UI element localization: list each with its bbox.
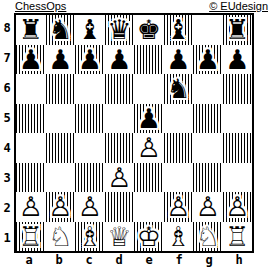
square-e4[interactable]: ♟♙ (134, 133, 164, 163)
square-g1[interactable]: ♞♘ (193, 222, 223, 252)
rank-label-3: 3 (0, 163, 14, 193)
piece-glyph: ♗ (166, 222, 190, 251)
square-c4[interactable] (75, 133, 105, 163)
square-d7[interactable]: ♟♟ (105, 45, 135, 75)
square-d3[interactable]: ♟♙ (105, 163, 135, 193)
square-b3[interactable] (46, 163, 76, 193)
piece-glyph: ♛ (107, 15, 131, 44)
piece-glyph: ♙ (196, 192, 220, 221)
piece-white-rook[interactable]: ♜♖ (16, 222, 46, 252)
square-d5[interactable] (105, 104, 135, 134)
piece-white-king[interactable]: ♚♔ (134, 222, 164, 252)
square-c2[interactable]: ♟♙ (75, 192, 105, 222)
piece-black-pawn[interactable]: ♟♟ (193, 45, 223, 75)
piece-glyph: ♙ (107, 163, 131, 192)
piece-glyph: ♖ (19, 222, 43, 251)
piece-glyph: ♙ (19, 192, 43, 221)
piece-white-pawn[interactable]: ♟♙ (105, 163, 135, 193)
rank-label-2: 2 (0, 193, 14, 223)
square-b1[interactable]: ♞♘ (46, 222, 76, 252)
piece-glyph: ♙ (225, 192, 249, 221)
piece-glyph: ♘ (196, 222, 220, 251)
piece-black-pawn[interactable]: ♟♟ (223, 45, 253, 75)
square-e7[interactable] (134, 45, 164, 75)
square-f4[interactable] (164, 133, 194, 163)
square-c5[interactable] (75, 104, 105, 134)
piece-white-bishop[interactable]: ♝♗ (75, 222, 105, 252)
piece-black-bishop[interactable]: ♝♝ (164, 15, 194, 45)
rank-label-5: 5 (0, 103, 14, 133)
file-label-g: g (194, 253, 224, 268)
piece-white-pawn[interactable]: ♟♙ (16, 192, 46, 222)
piece-glyph: ♙ (166, 192, 190, 221)
file-label-f: f (164, 253, 194, 268)
piece-white-knight[interactable]: ♞♘ (46, 222, 76, 252)
square-b4[interactable] (46, 133, 76, 163)
piece-black-pawn[interactable]: ♟♟ (16, 45, 46, 75)
square-c3[interactable] (75, 163, 105, 193)
rank-labels: 87654321 (0, 13, 14, 253)
piece-glyph: ♜ (19, 15, 43, 44)
piece-glyph: ♝ (78, 15, 102, 44)
square-a6[interactable] (16, 74, 46, 104)
piece-black-pawn[interactable]: ♟♟ (134, 104, 164, 134)
square-d6[interactable] (105, 74, 135, 104)
square-h1[interactable]: ♜♖ (223, 222, 253, 252)
square-f2[interactable]: ♟♙ (164, 192, 194, 222)
copyright-credit: © EUdesign (209, 0, 268, 13)
piece-white-pawn[interactable]: ♟♙ (46, 192, 76, 222)
file-label-d: d (104, 253, 134, 268)
square-a2[interactable]: ♟♙ (16, 192, 46, 222)
piece-white-knight[interactable]: ♞♘ (193, 222, 223, 252)
square-a1[interactable]: ♜♖ (16, 222, 46, 252)
piece-glyph: ♟ (19, 45, 43, 74)
square-d2[interactable] (105, 192, 135, 222)
square-g3[interactable] (193, 163, 223, 193)
square-f8[interactable]: ♝♝ (164, 15, 194, 45)
square-e6[interactable] (134, 74, 164, 104)
square-b5[interactable] (46, 104, 76, 134)
piece-white-pawn[interactable]: ♟♙ (193, 192, 223, 222)
square-a4[interactable] (16, 133, 46, 163)
square-c6[interactable] (75, 74, 105, 104)
square-h5[interactable] (223, 104, 253, 134)
piece-white-pawn[interactable]: ♟♙ (75, 192, 105, 222)
piece-white-queen[interactable]: ♛♕ (105, 222, 135, 252)
square-e1[interactable]: ♚♔ (134, 222, 164, 252)
piece-black-bishop[interactable]: ♝♝ (75, 15, 105, 45)
square-f3[interactable] (164, 163, 194, 193)
piece-glyph: ♟ (196, 45, 220, 74)
square-h7[interactable]: ♟♟ (223, 45, 253, 75)
square-e8[interactable]: ♚♚ (134, 15, 164, 45)
app-title: ChessOps (15, 0, 66, 13)
piece-black-pawn[interactable]: ♟♟ (164, 45, 194, 75)
piece-glyph: ♖ (225, 222, 249, 251)
rank-label-4: 4 (0, 133, 14, 163)
piece-glyph: ♚ (137, 15, 161, 44)
square-c1[interactable]: ♝♗ (75, 222, 105, 252)
piece-black-queen[interactable]: ♛♛ (105, 15, 135, 45)
piece-black-knight[interactable]: ♞♞ (46, 15, 76, 45)
rank-label-8: 8 (0, 13, 14, 43)
square-b6[interactable] (46, 74, 76, 104)
square-c8[interactable]: ♝♝ (75, 15, 105, 45)
piece-glyph: ♙ (78, 192, 102, 221)
piece-glyph: ♟ (48, 45, 72, 74)
file-label-a: a (14, 253, 44, 268)
piece-glyph: ♝ (166, 15, 190, 44)
piece-white-pawn[interactable]: ♟♙ (223, 192, 253, 222)
rank-label-1: 1 (0, 223, 14, 253)
rank-label-6: 6 (0, 73, 14, 103)
piece-glyph: ♘ (48, 222, 72, 251)
piece-white-pawn[interactable]: ♟♙ (164, 192, 194, 222)
piece-white-rook[interactable]: ♜♖ (223, 222, 253, 252)
square-h2[interactable]: ♟♙ (223, 192, 253, 222)
square-g4[interactable] (193, 133, 223, 163)
square-d8[interactable]: ♛♛ (105, 15, 135, 45)
file-label-b: b (44, 253, 74, 268)
file-label-c: c (74, 253, 104, 268)
piece-black-rook[interactable]: ♜♜ (16, 15, 46, 45)
square-b8[interactable]: ♞♞ (46, 15, 76, 45)
square-g8[interactable] (193, 15, 223, 45)
piece-white-bishop[interactable]: ♝♗ (164, 222, 194, 252)
square-f6[interactable]: ♞♞ (164, 74, 194, 104)
piece-black-king[interactable]: ♚♚ (134, 15, 164, 45)
square-e2[interactable] (134, 192, 164, 222)
square-d4[interactable] (105, 133, 135, 163)
square-d1[interactable]: ♛♕ (105, 222, 135, 252)
piece-glyph: ♞ (48, 15, 72, 44)
piece-black-pawn[interactable]: ♟♟ (75, 45, 105, 75)
piece-glyph: ♟ (107, 45, 131, 74)
piece-glyph: ♔ (137, 222, 161, 251)
square-f5[interactable] (164, 104, 194, 134)
square-h4[interactable] (223, 133, 253, 163)
piece-black-pawn[interactable]: ♟♟ (105, 45, 135, 75)
square-h3[interactable] (223, 163, 253, 193)
square-c7[interactable]: ♟♟ (75, 45, 105, 75)
square-g2[interactable]: ♟♙ (193, 192, 223, 222)
piece-black-knight[interactable]: ♞♞ (164, 74, 194, 104)
square-e3[interactable] (134, 163, 164, 193)
piece-black-rook[interactable]: ♜♜ (223, 15, 253, 45)
piece-glyph: ♕ (107, 222, 131, 251)
chess-board: ♜♜♞♞♝♝♛♛♚♚♝♝♜♜♟♟♟♟♟♟♟♟♟♟♟♟♟♟♞♞♟♟♟♙♟♙♟♙♟♙… (14, 13, 254, 253)
square-e5[interactable]: ♟♟ (134, 104, 164, 134)
square-g7[interactable]: ♟♟ (193, 45, 223, 75)
piece-glyph: ♟ (137, 104, 161, 133)
square-b7[interactable]: ♟♟ (46, 45, 76, 75)
square-a3[interactable] (16, 163, 46, 193)
piece-white-pawn[interactable]: ♟♙ (134, 133, 164, 163)
page: { "game": "chess", "position": "rnbqkb1r… (0, 0, 270, 270)
piece-glyph: ♗ (78, 222, 102, 251)
file-label-h: h (224, 253, 254, 268)
piece-glyph: ♙ (137, 133, 161, 162)
piece-glyph: ♟ (225, 45, 249, 74)
square-g6[interactable] (193, 74, 223, 104)
piece-black-pawn[interactable]: ♟♟ (46, 45, 76, 75)
rank-label-7: 7 (0, 43, 14, 73)
square-a7[interactable]: ♟♟ (16, 45, 46, 75)
piece-glyph: ♟ (78, 45, 102, 74)
square-f1[interactable]: ♝♗ (164, 222, 194, 252)
square-g5[interactable] (193, 104, 223, 134)
piece-glyph: ♞ (166, 74, 190, 103)
file-label-e: e (134, 253, 164, 268)
square-h8[interactable]: ♜♜ (223, 15, 253, 45)
square-f7[interactable]: ♟♟ (164, 45, 194, 75)
square-a5[interactable] (16, 104, 46, 134)
piece-glyph: ♙ (48, 192, 72, 221)
piece-glyph: ♟ (166, 45, 190, 74)
piece-glyph: ♜ (225, 15, 249, 44)
square-a8[interactable]: ♜♜ (16, 15, 46, 45)
square-h6[interactable] (223, 74, 253, 104)
file-labels: abcdefgh (14, 253, 254, 268)
square-b2[interactable]: ♟♙ (46, 192, 76, 222)
